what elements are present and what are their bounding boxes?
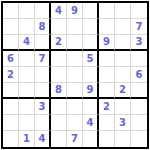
cell-r3c4[interactable]: 2 [51, 35, 67, 51]
cell-r3c3[interactable] [35, 35, 51, 51]
cell-r4c4[interactable] [51, 51, 67, 67]
cell-r3c5[interactable] [67, 35, 83, 51]
cell-r1c9[interactable] [131, 3, 147, 19]
cell-r1c6[interactable] [83, 3, 99, 19]
cell-r2c4[interactable] [51, 19, 67, 35]
cell-r9c3[interactable]: 4 [35, 131, 51, 147]
cell-r9c4[interactable] [51, 131, 67, 147]
cell-r8c4[interactable] [51, 115, 67, 131]
cell-r6c6[interactable]: 9 [83, 83, 99, 99]
cell-r3c9[interactable]: 3 [131, 35, 147, 51]
cell-r5c5[interactable] [67, 67, 83, 83]
cell-r7c4[interactable] [51, 99, 67, 115]
cell-r2c6[interactable] [83, 19, 99, 35]
cell-r9c5[interactable]: 7 [67, 131, 83, 147]
cell-r8c7[interactable] [99, 115, 115, 131]
cell-r8c6[interactable]: 4 [83, 115, 99, 131]
cell-r2c9[interactable]: 7 [131, 19, 147, 35]
cell-r7c7[interactable]: 2 [99, 99, 115, 115]
cell-r9c2[interactable]: 1 [19, 131, 35, 147]
cell-r2c8[interactable] [115, 19, 131, 35]
sudoku-page: 49874293675268923243147 [0, 0, 150, 150]
cell-r9c6[interactable] [83, 131, 99, 147]
cell-r4c3[interactable]: 7 [35, 51, 51, 67]
cell-r4c7[interactable] [99, 51, 115, 67]
cell-r9c7[interactable] [99, 131, 115, 147]
cell-r1c5[interactable]: 9 [67, 3, 83, 19]
cell-r6c1[interactable] [3, 83, 19, 99]
cell-r4c1[interactable]: 6 [3, 51, 19, 67]
cell-r4c9[interactable] [131, 51, 147, 67]
cell-r1c2[interactable] [19, 3, 35, 19]
cell-r3c1[interactable] [3, 35, 19, 51]
cell-r8c5[interactable] [67, 115, 83, 131]
cell-r3c6[interactable] [83, 35, 99, 51]
cell-r8c2[interactable] [19, 115, 35, 131]
cell-r5c8[interactable] [115, 67, 131, 83]
cell-r8c3[interactable] [35, 115, 51, 131]
cell-r9c9[interactable] [131, 131, 147, 147]
cell-r5c1[interactable]: 2 [3, 67, 19, 83]
cell-r2c3[interactable]: 8 [35, 19, 51, 35]
cell-r8c9[interactable] [131, 115, 147, 131]
cell-r5c3[interactable] [35, 67, 51, 83]
cell-r2c5[interactable] [67, 19, 83, 35]
cell-r8c1[interactable] [3, 115, 19, 131]
cell-r6c4[interactable]: 8 [51, 83, 67, 99]
cell-r4c8[interactable] [115, 51, 131, 67]
cell-r6c2[interactable] [19, 83, 35, 99]
cell-r5c4[interactable] [51, 67, 67, 83]
sudoku-board: 49874293675268923243147 [1, 1, 149, 149]
cell-r9c1[interactable] [3, 131, 19, 147]
cell-r4c2[interactable] [19, 51, 35, 67]
cell-r5c9[interactable]: 6 [131, 67, 147, 83]
cell-r6c5[interactable] [67, 83, 83, 99]
cell-r2c2[interactable] [19, 19, 35, 35]
cell-r3c2[interactable]: 4 [19, 35, 35, 51]
cell-r1c4[interactable]: 4 [51, 3, 67, 19]
cell-r7c2[interactable] [19, 99, 35, 115]
cell-r6c3[interactable] [35, 83, 51, 99]
cell-r7c5[interactable] [67, 99, 83, 115]
cell-r7c6[interactable] [83, 99, 99, 115]
cell-r3c7[interactable]: 9 [99, 35, 115, 51]
cell-r1c8[interactable] [115, 3, 131, 19]
cell-r9c8[interactable] [115, 131, 131, 147]
cell-r6c7[interactable] [99, 83, 115, 99]
cell-r1c7[interactable] [99, 3, 115, 19]
cell-r2c7[interactable] [99, 19, 115, 35]
cell-r7c3[interactable]: 3 [35, 99, 51, 115]
cell-r5c7[interactable] [99, 67, 115, 83]
cell-r7c1[interactable] [3, 99, 19, 115]
cell-r5c2[interactable] [19, 67, 35, 83]
cell-r3c8[interactable] [115, 35, 131, 51]
cell-r1c3[interactable] [35, 3, 51, 19]
cell-r6c9[interactable] [131, 83, 147, 99]
cell-r7c8[interactable] [115, 99, 131, 115]
cell-r8c8[interactable]: 3 [115, 115, 131, 131]
cell-r4c5[interactable] [67, 51, 83, 67]
cell-r7c9[interactable] [131, 99, 147, 115]
cell-r1c1[interactable] [3, 3, 19, 19]
cell-r4c6[interactable]: 5 [83, 51, 99, 67]
cell-r5c6[interactable] [83, 67, 99, 83]
cell-r2c1[interactable] [3, 19, 19, 35]
cell-r6c8[interactable]: 2 [115, 83, 131, 99]
